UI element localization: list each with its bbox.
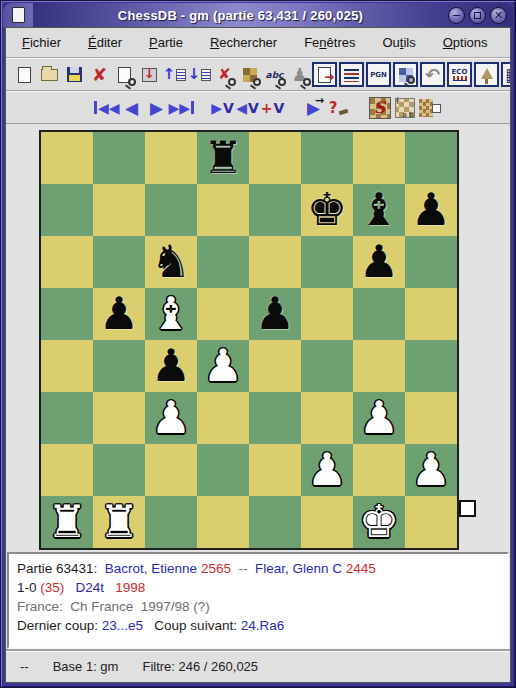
- menu-item-options[interactable]: Options: [443, 35, 488, 50]
- game-info-segment: Bacrot, Etienne: [105, 561, 201, 576]
- open-folder-icon: [41, 69, 58, 81]
- close-button[interactable]: ✕: [490, 7, 507, 24]
- autoplay-icon: →: [315, 94, 324, 107]
- maximize-button[interactable]: [469, 7, 486, 24]
- square-a5[interactable]: [41, 288, 93, 340]
- square-f7[interactable]: ♚: [301, 184, 353, 236]
- black-pawn-e5: ♟: [255, 288, 295, 340]
- square-c6[interactable]: ♞: [145, 236, 197, 288]
- new-file-icon: [18, 67, 31, 83]
- scid-board-logo-icon: S: [369, 97, 391, 119]
- pgn-text-icon: PGN: [370, 71, 387, 79]
- status-filter[interactable]: Filtre: 246 / 260,025: [142, 659, 258, 674]
- square-g2[interactable]: [353, 444, 405, 496]
- status-dashes: --: [20, 659, 29, 674]
- game-info-segment: 1-0: [17, 580, 40, 595]
- square-d4[interactable]: ♟: [197, 340, 249, 392]
- square-c1[interactable]: [145, 496, 197, 548]
- coordinates-board-icon: ia b: [395, 98, 415, 118]
- list-lines-icon: [344, 67, 359, 82]
- square-h3[interactable]: [405, 392, 457, 444]
- game-info-segment: 1998: [104, 580, 145, 595]
- square-d8[interactable]: ♜: [197, 132, 249, 184]
- square-g5[interactable]: [353, 288, 405, 340]
- square-a6[interactable]: [41, 236, 93, 288]
- square-f2[interactable]: ♟: [301, 444, 353, 496]
- white-pawn-d4: ♟: [203, 340, 243, 392]
- square-c4[interactable]: ♟: [145, 340, 197, 392]
- black-rook-d8: ♜: [203, 132, 243, 184]
- goto-start-button[interactable]: ◀◀: [94, 95, 119, 120]
- material-board-icon: [419, 99, 433, 117]
- square-c3[interactable]: ♟: [145, 392, 197, 444]
- exit-variation-icon: ◀: [236, 100, 247, 116]
- game-info-segment: France: Ch France 1997/98 (?): [17, 599, 210, 614]
- game-info-segment: Dernier coup:: [17, 618, 102, 633]
- vcr-start-icon: ◀◀: [93, 100, 119, 116]
- menu-item-diter[interactable]: Éditer: [88, 35, 122, 50]
- menu-bar: FichierÉditerPartieRechercherFenêtresOut…: [6, 28, 510, 58]
- status-base[interactable]: Base 1: gm: [53, 659, 119, 674]
- square-g1[interactable]: ♚: [353, 496, 405, 548]
- reset-filter-button[interactable]: ✘: [212, 62, 237, 87]
- game-info-line-4: Dernier coup: 23...e5 Coup suivant: 24.R…: [17, 616, 499, 635]
- app-icon: [12, 7, 25, 23]
- vcr-end-icon: ▶▶: [168, 100, 194, 116]
- title-bar[interactable]: ChessDB - gm (partie 63,431 / 260,025) −…: [3, 3, 513, 27]
- menu-item-fichier[interactable]: Fichier: [22, 35, 61, 50]
- black-pawn-h7: ♟: [411, 184, 451, 236]
- game-info-segment: 2565: [201, 561, 231, 576]
- add-variation-button[interactable]: +V: [260, 95, 285, 120]
- material-search-button[interactable]: ♟: [287, 62, 312, 87]
- eco-graph-icon: ECO: [452, 68, 468, 81]
- enter-variation-icon: ▶: [211, 100, 222, 116]
- curved-arrow-icon: ↶: [425, 66, 440, 84]
- close-database-button[interactable]: ✘: [87, 62, 112, 87]
- square-h1[interactable]: [405, 496, 457, 548]
- square-e4[interactable]: [249, 340, 301, 392]
- square-d3[interactable]: [197, 392, 249, 444]
- crosstable-window-button[interactable]: ▦: [501, 62, 511, 87]
- square-e2[interactable]: [249, 444, 301, 496]
- square-e3[interactable]: [249, 392, 301, 444]
- vcr-back-icon: ◀: [125, 98, 138, 118]
- square-g8[interactable]: [353, 132, 405, 184]
- black-pawn-g6: ♟: [359, 236, 399, 288]
- enter-variation-button[interactable]: ▶V: [210, 95, 235, 120]
- game-info-line-1: Partie 63431: Bacrot, Etienne 2565 -- Fl…: [17, 559, 499, 578]
- navigation-toolbar: ◀◀◀▶▶▶▶V◀V+V→▶?Sia b: [6, 91, 510, 124]
- square-a3[interactable]: [41, 392, 93, 444]
- pgn-window-button[interactable]: PGN: [366, 62, 391, 87]
- black-pawn-b5: ♟: [99, 288, 139, 340]
- square-b7[interactable]: [93, 184, 145, 236]
- square-h8[interactable]: [405, 132, 457, 184]
- square-b1[interactable]: ♜: [93, 496, 145, 548]
- square-f8[interactable]: [301, 132, 353, 184]
- game-info-segment: (35): [40, 580, 64, 595]
- square-h7[interactable]: ♟: [405, 184, 457, 236]
- white-king-g1: ♚: [359, 496, 399, 548]
- black-pawn-c4: ♟: [151, 340, 191, 392]
- square-e7[interactable]: [249, 184, 301, 236]
- chessdb-window: ChessDB - gm (partie 63,431 / 260,025) −…: [0, 0, 516, 688]
- square-e5[interactable]: ♟: [249, 288, 301, 340]
- square-f1[interactable]: [301, 496, 353, 548]
- square-a7[interactable]: [41, 184, 93, 236]
- square-c2[interactable]: [145, 444, 197, 496]
- square-h4[interactable]: [405, 340, 457, 392]
- tree-window-button[interactable]: [474, 62, 499, 87]
- maximize-icon: [474, 12, 481, 19]
- autoplay-button[interactable]: →▶: [301, 95, 326, 120]
- square-a8[interactable]: [41, 132, 93, 184]
- square-d2[interactable]: [197, 444, 249, 496]
- side-to-move-indicator: [459, 500, 476, 517]
- menu-item-outils[interactable]: Outils: [382, 35, 415, 50]
- menu-item-partie[interactable]: Partie: [149, 35, 183, 50]
- board-area: ♜♚♝♟♞♟♟♝♟♟♟♟♟♟♟♜♜♚: [6, 124, 510, 552]
- status-bar: -- Base 1: gm Filtre: 246 / 260,025: [6, 649, 510, 682]
- exit-variation-button[interactable]: ◀V: [235, 95, 260, 120]
- window-menu-button[interactable]: [3, 3, 33, 27]
- square-e8[interactable]: [249, 132, 301, 184]
- question-gavel-icon: ?: [329, 99, 338, 117]
- square-g4[interactable]: [353, 340, 405, 392]
- square-e1[interactable]: [249, 496, 301, 548]
- square-f6[interactable]: [301, 236, 353, 288]
- game-info-segment: 2445: [346, 561, 376, 576]
- menu-item-fentres[interactable]: Fenêtres: [304, 35, 355, 50]
- menu-item-rechercher[interactable]: Rechercher: [210, 35, 277, 50]
- square-b6[interactable]: [93, 236, 145, 288]
- board-search-button[interactable]: [237, 62, 262, 87]
- maintenance-window-button[interactable]: ↶: [420, 62, 445, 87]
- square-d7[interactable]: [197, 184, 249, 236]
- white-rook-a1: ♜: [47, 496, 87, 548]
- game-info-line-2: 1-0 (35) D24t 1998: [17, 578, 499, 597]
- floppy-disk-icon: [67, 67, 82, 82]
- table-grid-icon: ▦: [505, 66, 511, 84]
- square-c5[interactable]: ♝: [145, 288, 197, 340]
- game-info-panel: Partie 63431: Bacrot, Etienne 2565 -- Fl…: [7, 552, 509, 649]
- scid-logo-button[interactable]: S: [367, 95, 392, 120]
- black-knight-c6: ♞: [151, 236, 191, 288]
- black-king-f7: ♚: [307, 184, 347, 236]
- import-pgn-button[interactable]: ↓: [137, 62, 162, 87]
- game-info-segment: Coup suivant:: [143, 618, 241, 633]
- save-game-button[interactable]: [62, 62, 87, 87]
- file-finder-button[interactable]: [112, 62, 137, 87]
- tree-icon: [481, 68, 493, 79]
- square-d1[interactable]: [197, 496, 249, 548]
- game-info-line-3: France: Ch France 1997/98 (?): [17, 597, 499, 616]
- search-window-button[interactable]: [393, 62, 418, 87]
- game-info-segment: Partie 63431:: [17, 561, 105, 576]
- vcr-forward-icon: ▶: [150, 98, 163, 118]
- white-pawn-g3: ♟: [359, 392, 399, 444]
- game-info-segment: D24t: [64, 580, 104, 595]
- square-d5[interactable]: [197, 288, 249, 340]
- move-forward-button[interactable]: ▶: [144, 95, 169, 120]
- square-b2[interactable]: [93, 444, 145, 496]
- load-next-game-button[interactable]: ↓: [187, 62, 212, 87]
- square-g6[interactable]: ♟: [353, 236, 405, 288]
- square-b4[interactable]: [93, 340, 145, 392]
- game-info-segment: 23...e5: [102, 618, 143, 633]
- square-b5[interactable]: ♟: [93, 288, 145, 340]
- white-rook-b1: ♜: [99, 496, 139, 548]
- square-f3[interactable]: [301, 392, 353, 444]
- open-database-button[interactable]: [37, 62, 62, 87]
- main-toolbar: ✘↓↑↓✘abc♟→PGN↶ECO▦: [6, 58, 510, 91]
- game-list-window-button[interactable]: [339, 62, 364, 87]
- square-d6[interactable]: [197, 236, 249, 288]
- white-pawn-c3: ♟: [151, 392, 191, 444]
- toggle-coordinates-button[interactable]: ia b: [392, 95, 417, 120]
- square-h2[interactable]: ♟: [405, 444, 457, 496]
- game-info-segment: 24.Ra6: [241, 618, 285, 633]
- square-b3[interactable]: [93, 392, 145, 444]
- window-title: ChessDB - gm (partie 63,431 / 260,025): [33, 8, 448, 23]
- goto-end-button[interactable]: ▶▶: [169, 95, 194, 120]
- new-database-button[interactable]: [12, 62, 37, 87]
- red-x-icon: ✘: [92, 66, 107, 84]
- square-h6[interactable]: [405, 236, 457, 288]
- up-arrow-list-icon: ↑: [163, 67, 176, 82]
- load-previous-game-button[interactable]: ↑: [162, 62, 187, 87]
- add-variation-icon: +: [261, 100, 273, 116]
- game-info-segment: Flear, Glenn C: [255, 561, 346, 576]
- square-c7[interactable]: [145, 184, 197, 236]
- white-pawn-f2: ♟: [307, 444, 347, 496]
- square-h5[interactable]: [405, 288, 457, 340]
- black-bishop-g7: ♝: [359, 184, 399, 236]
- white-bishop-c5: ♝: [151, 288, 191, 340]
- square-a1[interactable]: ♜: [41, 496, 93, 548]
- square-a4[interactable]: [41, 340, 93, 392]
- header-search-button[interactable]: abc: [262, 62, 287, 87]
- game-info-window-button[interactable]: →: [312, 62, 337, 87]
- square-a2[interactable]: [41, 444, 93, 496]
- annotate-button[interactable]: ?: [326, 95, 351, 120]
- toggle-material-button[interactable]: [417, 95, 442, 120]
- minimize-button[interactable]: −: [448, 7, 465, 24]
- square-g3[interactable]: ♟: [353, 392, 405, 444]
- square-f5[interactable]: [301, 288, 353, 340]
- square-g7[interactable]: ♝: [353, 184, 405, 236]
- square-e6[interactable]: [249, 236, 301, 288]
- down-arrow-list-icon: ↓: [188, 67, 201, 82]
- square-f4[interactable]: [301, 340, 353, 392]
- square-b8[interactable]: [93, 132, 145, 184]
- square-c8[interactable]: [145, 132, 197, 184]
- chess-board: ♜♚♝♟♞♟♟♝♟♟♟♟♟♟♟♜♜♚: [39, 130, 459, 550]
- white-pawn-h2: ♟: [411, 444, 451, 496]
- game-info-segment: --: [231, 561, 255, 576]
- move-back-button[interactable]: ◀: [119, 95, 144, 120]
- eco-browser-window-button[interactable]: ECO: [447, 62, 472, 87]
